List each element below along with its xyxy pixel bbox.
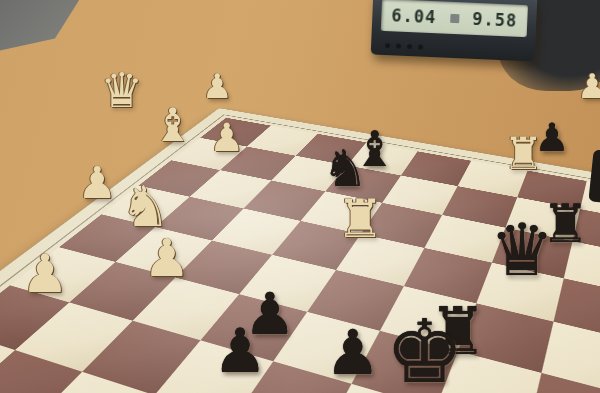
chess-photo-scene: D E F ♟♟♛♝♟♟♝♜♞♟♞♜♜♛♟♟♟♜♟♟♚ 6.04 9.58 <box>0 0 600 393</box>
player-sleeve <box>0 0 110 70</box>
piece-black-pawn-c7: ♟ <box>535 118 570 157</box>
captured-piece-edge <box>588 149 600 202</box>
piece-white-pawn-c2: ♟ <box>202 69 232 103</box>
clock-speaker-dots <box>385 43 423 50</box>
clock-flag-indicator <box>450 13 459 22</box>
chess-clock: 6.04 9.58 <box>371 0 538 62</box>
chess-board: D E F <box>0 108 600 393</box>
clock-time-left: 6.04 <box>391 5 437 27</box>
piece-white-queen-d1: ♛ <box>100 66 143 114</box>
clock-time-right: 9.58 <box>472 9 518 31</box>
clock-lcd: 6.04 9.58 <box>381 0 528 37</box>
